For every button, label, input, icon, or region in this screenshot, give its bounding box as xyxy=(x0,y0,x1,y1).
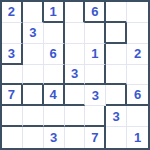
cell-r1c3[interactable]: 1 xyxy=(44,2,65,23)
given-digit: 3 xyxy=(113,109,120,122)
given-digit: 6 xyxy=(134,88,141,101)
cell-r3c4[interactable] xyxy=(65,44,86,65)
given-digit: 7 xyxy=(8,88,15,101)
cell-r2c7[interactable] xyxy=(127,23,148,44)
cell-r6c3[interactable] xyxy=(44,106,65,127)
cell-r6c4[interactable] xyxy=(65,106,86,127)
puzzle-board: 21633612374363371 xyxy=(0,0,150,150)
cell-r4c7[interactable] xyxy=(127,65,148,86)
cell-r2c5[interactable] xyxy=(85,23,106,44)
cell-r2c6[interactable] xyxy=(106,23,127,44)
cell-r2c3[interactable] xyxy=(44,23,65,44)
cell-r7c3[interactable]: 3 xyxy=(44,127,65,148)
cell-r2c4[interactable] xyxy=(65,23,86,44)
cell-r7c2[interactable] xyxy=(23,127,44,148)
cell-r1c6[interactable] xyxy=(106,2,127,23)
cell-r1c7[interactable] xyxy=(127,2,148,23)
given-digit: 3 xyxy=(92,88,99,101)
cell-r3c2[interactable] xyxy=(23,44,44,65)
cell-r5c3[interactable]: 4 xyxy=(44,85,65,106)
given-digit: 4 xyxy=(50,88,57,101)
cell-r1c2[interactable] xyxy=(23,2,44,23)
cell-r5c2[interactable] xyxy=(23,85,44,106)
cell-r2c1[interactable] xyxy=(2,23,23,44)
given-digit: 1 xyxy=(134,131,141,144)
cell-r6c5[interactable] xyxy=(85,106,106,127)
given-digit: 3 xyxy=(71,67,78,80)
cell-r4c2[interactable] xyxy=(23,65,44,86)
cell-r5c7[interactable]: 6 xyxy=(127,85,148,106)
cell-r4c5[interactable] xyxy=(85,65,106,86)
cell-r5c5[interactable]: 3 xyxy=(85,85,106,106)
given-digit: 1 xyxy=(91,47,98,60)
given-digit: 2 xyxy=(134,47,141,60)
cell-r3c1[interactable]: 3 xyxy=(2,44,23,65)
cell-r6c7[interactable] xyxy=(127,106,148,127)
given-digit: 3 xyxy=(29,26,36,39)
cell-r1c5[interactable]: 6 xyxy=(85,2,106,23)
given-digit: 3 xyxy=(8,46,15,59)
cell-r5c1[interactable]: 7 xyxy=(2,85,23,106)
cell-r7c7[interactable]: 1 xyxy=(127,127,148,148)
cell-r3c5[interactable]: 1 xyxy=(85,44,106,65)
cell-r6c6[interactable]: 3 xyxy=(106,106,127,127)
cell-r7c5[interactable]: 7 xyxy=(85,127,106,148)
given-digit: 6 xyxy=(91,4,98,17)
cell-r1c1[interactable]: 2 xyxy=(2,2,23,23)
cell-r7c4[interactable] xyxy=(65,127,86,148)
cell-r4c4[interactable]: 3 xyxy=(65,65,86,86)
cell-r3c6[interactable] xyxy=(106,44,127,65)
cell-r4c1[interactable] xyxy=(2,65,23,86)
given-digit: 2 xyxy=(8,5,15,18)
cell-r5c6[interactable] xyxy=(106,85,127,106)
cell-r3c7[interactable]: 2 xyxy=(127,44,148,65)
cell-r7c1[interactable] xyxy=(2,127,23,148)
cell-r6c2[interactable] xyxy=(23,106,44,127)
cell-r4c3[interactable] xyxy=(44,65,65,86)
cell-r6c1[interactable] xyxy=(2,106,23,127)
cell-r3c3[interactable]: 6 xyxy=(44,44,65,65)
given-digit: 3 xyxy=(50,131,57,144)
given-digit: 1 xyxy=(50,4,57,17)
cell-r2c2[interactable]: 3 xyxy=(23,23,44,44)
given-digit: 6 xyxy=(50,47,57,60)
cell-r5c4[interactable] xyxy=(65,85,86,106)
given-digit: 7 xyxy=(91,131,98,144)
cell-r1c4[interactable] xyxy=(65,2,86,23)
cell-r4c6[interactable] xyxy=(106,65,127,86)
cell-r7c6[interactable] xyxy=(106,127,127,148)
